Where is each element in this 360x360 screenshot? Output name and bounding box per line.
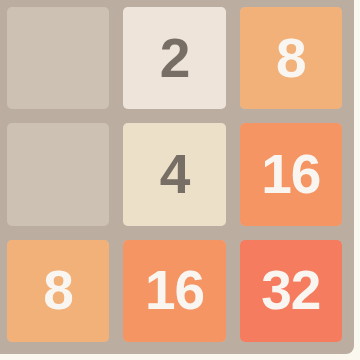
tile-8: 8 (7, 240, 109, 342)
tile-value: 8 (276, 31, 306, 86)
tile-8: 8 (240, 7, 342, 109)
board-cell: 4 (123, 123, 225, 225)
board-cell: 2 (123, 7, 225, 109)
tile-value: 4 (160, 147, 190, 202)
game-board[interactable]: 2841681632 (0, 0, 354, 354)
board-cell: 16 (123, 240, 225, 342)
tile-grid: 2841681632 (0, 0, 354, 354)
tile-4: 4 (123, 123, 225, 225)
tile-value: 2 (160, 31, 190, 86)
tile-16: 16 (123, 240, 225, 342)
board-cell (7, 123, 109, 225)
tile-32: 32 (240, 240, 342, 342)
tile-2: 2 (123, 7, 225, 109)
tile-value: 8 (43, 263, 73, 318)
page: 2841681632 (0, 0, 360, 360)
tile-16: 16 (240, 123, 342, 225)
tile-value: 16 (145, 263, 204, 318)
board-cell (7, 7, 109, 109)
board-cell: 16 (240, 123, 342, 225)
board-cell: 32 (240, 240, 342, 342)
board-cell: 8 (7, 240, 109, 342)
tile-value: 16 (261, 147, 320, 202)
board-cell: 8 (240, 7, 342, 109)
tile-value: 32 (261, 263, 320, 318)
